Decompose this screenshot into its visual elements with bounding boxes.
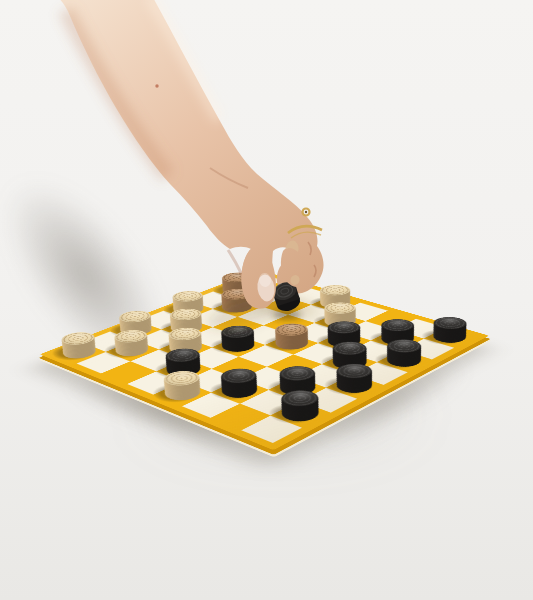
checker-piece-black[interactable] <box>330 376 379 397</box>
forearm-mole <box>155 84 158 87</box>
arm-highlight <box>150 0 219 120</box>
checker-piece-wood[interactable] <box>269 335 315 353</box>
board-cell-r6c7[interactable] <box>271 401 331 427</box>
photo-scene <box>0 0 533 600</box>
arm-underside-shading <box>66 10 168 176</box>
checker-piece-black[interactable] <box>381 351 428 370</box>
checker-piece-black[interactable] <box>275 403 327 426</box>
checkers-board <box>101 181 430 510</box>
wrist-crease <box>210 168 248 188</box>
board-surface <box>40 270 489 450</box>
checker-piece-black[interactable] <box>427 329 472 346</box>
